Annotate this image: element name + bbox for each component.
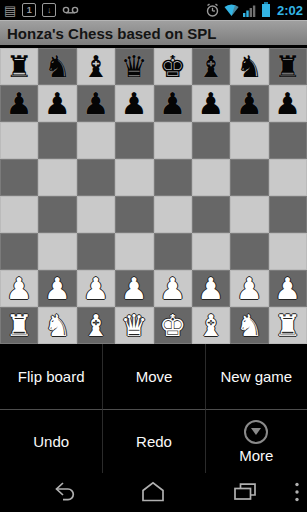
square-b7[interactable]: ♟	[38, 85, 76, 122]
black-pawn-piece: ♟	[236, 89, 263, 119]
square-e1[interactable]: ♚	[154, 307, 192, 344]
white-pawn-piece: ♟	[44, 274, 71, 304]
voicemail-icon	[62, 5, 79, 16]
white-king-piece: ♚	[159, 311, 186, 341]
black-rook-piece: ♜	[274, 52, 301, 82]
note-icon: ▤	[4, 4, 16, 17]
square-d3[interactable]	[115, 233, 153, 270]
status-bar: ▤ 1 ↓	[0, 0, 307, 20]
square-h6[interactable]	[269, 122, 307, 159]
white-bishop-piece: ♝	[198, 311, 225, 341]
square-b8[interactable]: ♞	[38, 48, 76, 85]
black-pawn-piece: ♟	[6, 89, 33, 119]
status-bar-clock: 2:02	[277, 3, 303, 18]
options-menu: Flip board Move New game Undo Redo More	[0, 344, 307, 473]
android-nav-bar	[0, 473, 307, 511]
black-pawn-piece: ♟	[159, 89, 186, 119]
black-bishop-piece: ♝	[82, 52, 109, 82]
wifi-icon	[224, 4, 239, 17]
square-h3[interactable]	[269, 233, 307, 270]
square-c6[interactable]	[77, 122, 115, 159]
white-rook-piece: ♜	[6, 311, 33, 341]
undo-label: Undo	[33, 433, 69, 450]
square-c3[interactable]	[77, 233, 115, 270]
square-b4[interactable]	[38, 196, 76, 233]
redo-label: Redo	[136, 433, 172, 450]
move-label: Move	[136, 368, 173, 385]
black-pawn-piece: ♟	[121, 89, 148, 119]
phone-screen: ▤ 1 ↓	[0, 0, 307, 512]
square-f4[interactable]	[192, 196, 230, 233]
status-bar-system-icons: 2:02	[205, 3, 303, 18]
notification-1-icon: 1	[22, 3, 36, 17]
black-pawn-piece: ♟	[44, 89, 71, 119]
square-f3[interactable]	[192, 233, 230, 270]
flip-board-button[interactable]: Flip board	[0, 344, 102, 409]
square-d1[interactable]: ♛	[115, 307, 153, 344]
overflow-menu-icon[interactable]	[293, 481, 301, 503]
white-pawn-piece: ♟	[82, 274, 109, 304]
black-knight-piece: ♞	[236, 52, 263, 82]
white-knight-piece: ♞	[44, 311, 71, 341]
black-rook-piece: ♜	[6, 52, 33, 82]
home-icon[interactable]	[140, 481, 166, 502]
square-c5[interactable]	[77, 159, 115, 196]
square-a1[interactable]: ♜	[0, 307, 38, 344]
new-game-button[interactable]: New game	[205, 344, 307, 409]
black-queen-piece: ♛	[121, 52, 148, 82]
square-f2[interactable]: ♟	[192, 270, 230, 307]
black-pawn-piece: ♟	[274, 89, 301, 119]
square-e6[interactable]	[154, 122, 192, 159]
square-c7[interactable]: ♟	[77, 85, 115, 122]
square-h4[interactable]	[269, 196, 307, 233]
square-d2[interactable]: ♟	[115, 270, 153, 307]
black-pawn-piece: ♟	[82, 89, 109, 119]
alarm-icon	[205, 3, 220, 18]
white-queen-piece: ♛	[121, 311, 148, 341]
back-icon[interactable]	[52, 481, 76, 501]
square-e3[interactable]	[154, 233, 192, 270]
square-d4[interactable]	[115, 196, 153, 233]
square-f8[interactable]: ♝	[192, 48, 230, 85]
black-knight-piece: ♞	[44, 52, 71, 82]
white-pawn-piece: ♟	[121, 274, 148, 304]
status-bar-notification-icons: ▤ 1 ↓	[4, 3, 205, 17]
chess-board[interactable]: ♜♞♝♛♚♝♞♜♟♟♟♟♟♟♟♟♟♟♟♟♟♟♟♟♜♞♝♛♚♝♞♜	[0, 48, 307, 344]
white-pawn-piece: ♟	[198, 274, 225, 304]
square-f5[interactable]	[192, 159, 230, 196]
flip-board-label: Flip board	[18, 368, 85, 385]
square-h7[interactable]: ♟	[269, 85, 307, 122]
white-rook-piece: ♜	[274, 311, 301, 341]
black-bishop-piece: ♝	[198, 52, 225, 82]
square-f7[interactable]: ♟	[192, 85, 230, 122]
square-e5[interactable]	[154, 159, 192, 196]
square-e8[interactable]: ♚	[154, 48, 192, 85]
square-e7[interactable]: ♟	[154, 85, 192, 122]
square-g4[interactable]	[230, 196, 268, 233]
undo-button[interactable]: Undo	[0, 409, 102, 473]
recents-icon[interactable]	[232, 481, 258, 502]
square-a6[interactable]	[0, 122, 38, 159]
square-c4[interactable]	[77, 196, 115, 233]
move-button[interactable]: Move	[102, 344, 204, 409]
square-f1[interactable]: ♝	[192, 307, 230, 344]
square-g8[interactable]: ♞	[230, 48, 268, 85]
square-h2[interactable]: ♟	[269, 270, 307, 307]
more-button[interactable]: More	[205, 409, 307, 473]
square-f6[interactable]	[192, 122, 230, 159]
square-a5[interactable]	[0, 159, 38, 196]
square-a4[interactable]	[0, 196, 38, 233]
square-a8[interactable]: ♜	[0, 48, 38, 85]
square-b3[interactable]	[38, 233, 76, 270]
signal-icon	[243, 4, 256, 17]
square-c2[interactable]: ♟	[77, 270, 115, 307]
white-pawn-piece: ♟	[6, 274, 33, 304]
new-game-label: New game	[220, 368, 292, 385]
circle-down-arrow-icon	[244, 420, 268, 444]
square-g3[interactable]	[230, 233, 268, 270]
square-c1[interactable]: ♝	[77, 307, 115, 344]
square-b5[interactable]	[38, 159, 76, 196]
white-pawn-piece: ♟	[159, 274, 186, 304]
square-d8[interactable]: ♛	[115, 48, 153, 85]
more-label: More	[239, 447, 273, 464]
square-h1[interactable]: ♜	[269, 307, 307, 344]
white-bishop-piece: ♝	[82, 311, 109, 341]
square-b2[interactable]: ♟	[38, 270, 76, 307]
square-d6[interactable]	[115, 122, 153, 159]
app-title: Honza's Chess based on SPL	[7, 25, 216, 42]
white-pawn-piece: ♟	[236, 274, 263, 304]
black-king-piece: ♚	[159, 52, 186, 82]
square-g6[interactable]	[230, 122, 268, 159]
square-d7[interactable]: ♟	[115, 85, 153, 122]
black-pawn-piece: ♟	[198, 89, 225, 119]
square-b1[interactable]: ♞	[38, 307, 76, 344]
square-a2[interactable]: ♟	[0, 270, 38, 307]
square-b6[interactable]	[38, 122, 76, 159]
square-g5[interactable]	[230, 159, 268, 196]
square-d5[interactable]	[115, 159, 153, 196]
square-e2[interactable]: ♟	[154, 270, 192, 307]
square-a7[interactable]: ♟	[0, 85, 38, 122]
square-h5[interactable]	[269, 159, 307, 196]
download-icon: ↓	[42, 3, 56, 17]
square-e4[interactable]	[154, 196, 192, 233]
square-h8[interactable]: ♜	[269, 48, 307, 85]
redo-button[interactable]: Redo	[102, 409, 204, 473]
square-g2[interactable]: ♟	[230, 270, 268, 307]
white-pawn-piece: ♟	[274, 274, 301, 304]
white-knight-piece: ♞	[236, 311, 263, 341]
battery-icon	[262, 4, 270, 17]
square-a3[interactable]	[0, 233, 38, 270]
square-c8[interactable]: ♝	[77, 48, 115, 85]
square-g7[interactable]: ♟	[230, 85, 268, 122]
square-g1[interactable]: ♞	[230, 307, 268, 344]
title-bar: Honza's Chess based on SPL	[0, 20, 307, 45]
